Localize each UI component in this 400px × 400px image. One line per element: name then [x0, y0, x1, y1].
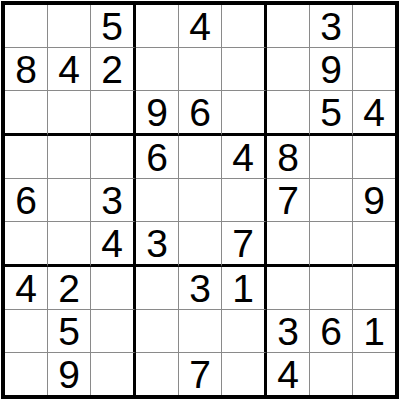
cell-r8c8[interactable]: 6	[310, 310, 353, 353]
cell-r6c3[interactable]: 4	[91, 222, 136, 267]
cell-r2c3[interactable]: 2	[91, 48, 136, 91]
cell-r4c6[interactable]: 4	[222, 136, 267, 179]
cell-r4c4[interactable]: 6	[136, 136, 179, 179]
cell-r4c2[interactable]	[48, 136, 91, 179]
cell-r2c5[interactable]	[179, 48, 222, 91]
cell-r5c2[interactable]	[48, 179, 91, 222]
cell-r7c8[interactable]	[310, 267, 353, 310]
cell-r4c5[interactable]	[179, 136, 222, 179]
cell-r5c9[interactable]: 9	[353, 179, 395, 222]
cell-r7c1[interactable]: 4	[5, 267, 48, 310]
cell-r9c6[interactable]	[222, 353, 267, 395]
cell-r9c5[interactable]: 7	[179, 353, 222, 395]
cell-r5c4[interactable]	[136, 179, 179, 222]
cell-r3c1[interactable]	[5, 91, 48, 136]
cell-r2c9[interactable]	[353, 48, 395, 91]
cell-r1c6[interactable]	[222, 5, 267, 48]
cell-r4c1[interactable]	[5, 136, 48, 179]
cell-r7c3[interactable]	[91, 267, 136, 310]
cell-r3c2[interactable]	[48, 91, 91, 136]
cell-r3c6[interactable]	[222, 91, 267, 136]
cell-r2c6[interactable]	[222, 48, 267, 91]
cell-r1c2[interactable]	[48, 5, 91, 48]
cell-r8c4[interactable]	[136, 310, 179, 353]
cell-r3c8[interactable]: 5	[310, 91, 353, 136]
cell-r5c6[interactable]	[222, 179, 267, 222]
cell-r6c1[interactable]	[5, 222, 48, 267]
cell-r1c5[interactable]: 4	[179, 5, 222, 48]
cell-r6c9[interactable]	[353, 222, 395, 267]
cell-r6c2[interactable]	[48, 222, 91, 267]
cell-r7c2[interactable]: 2	[48, 267, 91, 310]
cell-r2c1[interactable]: 8	[5, 48, 48, 91]
cell-r5c1[interactable]: 6	[5, 179, 48, 222]
cell-r5c8[interactable]	[310, 179, 353, 222]
cell-r4c9[interactable]	[353, 136, 395, 179]
cell-r3c9[interactable]: 4	[353, 91, 395, 136]
cell-r3c4[interactable]: 9	[136, 91, 179, 136]
cell-r1c4[interactable]	[136, 5, 179, 48]
sudoku-board: 54384299654648637943742315361974	[1, 1, 399, 399]
cell-r2c8[interactable]: 9	[310, 48, 353, 91]
cell-r3c5[interactable]: 6	[179, 91, 222, 136]
cell-r6c7[interactable]	[267, 222, 310, 267]
cell-r9c8[interactable]	[310, 353, 353, 395]
cell-r3c3[interactable]	[91, 91, 136, 136]
cell-r6c5[interactable]	[179, 222, 222, 267]
cell-r2c2[interactable]: 4	[48, 48, 91, 91]
cell-r8c3[interactable]	[91, 310, 136, 353]
cell-r4c8[interactable]	[310, 136, 353, 179]
cell-r4c7[interactable]: 8	[267, 136, 310, 179]
cell-r3c7[interactable]	[267, 91, 310, 136]
cell-r8c6[interactable]	[222, 310, 267, 353]
cell-r2c4[interactable]	[136, 48, 179, 91]
cell-r6c6[interactable]: 7	[222, 222, 267, 267]
cell-r8c9[interactable]: 1	[353, 310, 395, 353]
cell-r1c7[interactable]	[267, 5, 310, 48]
cell-r8c7[interactable]: 3	[267, 310, 310, 353]
cell-r5c3[interactable]: 3	[91, 179, 136, 222]
cell-r1c3[interactable]: 5	[91, 5, 136, 48]
cell-r1c8[interactable]: 3	[310, 5, 353, 48]
cell-r9c7[interactable]: 4	[267, 353, 310, 395]
cell-r1c9[interactable]	[353, 5, 395, 48]
cell-r8c1[interactable]	[5, 310, 48, 353]
cell-r9c2[interactable]: 9	[48, 353, 91, 395]
cell-r8c2[interactable]: 5	[48, 310, 91, 353]
cell-r7c7[interactable]	[267, 267, 310, 310]
cell-r6c4[interactable]: 3	[136, 222, 179, 267]
cell-r5c5[interactable]	[179, 179, 222, 222]
cell-r8c5[interactable]	[179, 310, 222, 353]
cell-r7c9[interactable]	[353, 267, 395, 310]
cell-r7c4[interactable]	[136, 267, 179, 310]
cell-r7c5[interactable]: 3	[179, 267, 222, 310]
cell-r9c4[interactable]	[136, 353, 179, 395]
cell-r1c1[interactable]	[5, 5, 48, 48]
cell-r2c7[interactable]	[267, 48, 310, 91]
cell-r5c7[interactable]: 7	[267, 179, 310, 222]
cell-r9c1[interactable]	[5, 353, 48, 395]
cell-r4c3[interactable]	[91, 136, 136, 179]
cell-r9c3[interactable]	[91, 353, 136, 395]
cell-r9c9[interactable]	[353, 353, 395, 395]
cell-r7c6[interactable]: 1	[222, 267, 267, 310]
cell-r6c8[interactable]	[310, 222, 353, 267]
